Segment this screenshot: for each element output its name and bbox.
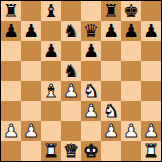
square-b5[interactable]	[21, 61, 41, 81]
square-h5[interactable]	[141, 61, 161, 81]
square-a5[interactable]	[1, 61, 21, 81]
square-d2[interactable]	[61, 121, 81, 141]
square-f8[interactable]: ♜	[101, 1, 121, 21]
square-h8[interactable]	[141, 1, 161, 21]
piece-white-pawn: ♟	[123, 121, 139, 141]
square-g6[interactable]	[121, 41, 141, 61]
square-h3[interactable]	[141, 101, 161, 121]
square-g5[interactable]	[121, 61, 141, 81]
piece-black-pawn: ♟	[43, 41, 59, 61]
piece-black-knight: ♞	[63, 21, 79, 41]
square-g4[interactable]	[121, 81, 141, 101]
piece-white-pawn: ♟	[83, 101, 99, 121]
square-f5[interactable]	[101, 61, 121, 81]
piece-white-knight: ♞	[83, 81, 99, 101]
square-e4[interactable]: ♞	[81, 81, 101, 101]
square-a3[interactable]	[1, 101, 21, 121]
piece-black-pawn: ♟	[3, 21, 19, 41]
piece-black-bishop: ♝	[43, 1, 59, 21]
piece-white-pawn: ♟	[3, 121, 19, 141]
piece-black-pawn: ♟	[83, 41, 99, 61]
piece-white-pawn: ♟	[103, 121, 119, 141]
square-e7[interactable]: ♛	[81, 21, 101, 41]
piece-black-rook: ♜	[103, 1, 119, 21]
square-f4[interactable]	[101, 81, 121, 101]
square-b6[interactable]	[21, 41, 41, 61]
piece-white-pawn: ♟	[63, 81, 79, 101]
square-d7[interactable]: ♞	[61, 21, 81, 41]
square-g1[interactable]	[121, 141, 141, 161]
square-e8[interactable]	[81, 1, 101, 21]
square-e6[interactable]: ♟	[81, 41, 101, 61]
square-b4[interactable]	[21, 81, 41, 101]
piece-white-rook: ♜	[43, 141, 59, 161]
piece-white-bishop: ♝	[43, 81, 59, 101]
square-c2[interactable]	[41, 121, 61, 141]
piece-black-pawn: ♟	[103, 21, 119, 41]
square-e3[interactable]: ♟	[81, 101, 101, 121]
piece-white-queen: ♛	[63, 141, 79, 161]
square-g2[interactable]: ♟	[121, 121, 141, 141]
square-b1[interactable]	[21, 141, 41, 161]
piece-white-knight: ♞	[103, 101, 119, 121]
piece-white-king: ♚	[83, 141, 99, 161]
square-d6[interactable]	[61, 41, 81, 61]
square-h4[interactable]	[141, 81, 161, 101]
square-g7[interactable]: ♟	[121, 21, 141, 41]
piece-black-pawn: ♟	[123, 21, 139, 41]
square-g8[interactable]: ♚	[121, 1, 141, 21]
square-d1[interactable]: ♛	[61, 141, 81, 161]
piece-black-pawn: ♟	[143, 21, 159, 41]
piece-black-king: ♚	[123, 1, 139, 21]
square-d3[interactable]	[61, 101, 81, 121]
square-f6[interactable]	[101, 41, 121, 61]
square-a4[interactable]	[1, 81, 21, 101]
square-e2[interactable]	[81, 121, 101, 141]
piece-black-rook: ♜	[3, 1, 19, 21]
piece-black-knight: ♞	[63, 61, 79, 81]
piece-white-pawn: ♟	[143, 121, 159, 141]
square-a8[interactable]: ♜	[1, 1, 21, 21]
square-a2[interactable]: ♟	[1, 121, 21, 141]
square-d8[interactable]	[61, 1, 81, 21]
piece-white-rook: ♜	[143, 141, 159, 161]
square-d4[interactable]: ♟	[61, 81, 81, 101]
square-a1[interactable]	[1, 141, 21, 161]
square-c3[interactable]	[41, 101, 61, 121]
square-f1[interactable]	[101, 141, 121, 161]
piece-black-pawn: ♟	[23, 21, 39, 41]
square-h6[interactable]	[141, 41, 161, 61]
square-h1[interactable]: ♜	[141, 141, 161, 161]
square-f3[interactable]: ♞	[101, 101, 121, 121]
square-a7[interactable]: ♟	[1, 21, 21, 41]
square-c7[interactable]	[41, 21, 61, 41]
square-h2[interactable]: ♟	[141, 121, 161, 141]
square-c8[interactable]: ♝	[41, 1, 61, 21]
square-c1[interactable]: ♜	[41, 141, 61, 161]
chess-board: ♜♝♜♚♟♟♞♛♟♟♟♟♟♞♝♟♞♟♞♟♟♟♟♟♜♛♚♜	[0, 0, 162, 162]
square-f2[interactable]: ♟	[101, 121, 121, 141]
square-a6[interactable]	[1, 41, 21, 61]
square-d5[interactable]: ♞	[61, 61, 81, 81]
square-b7[interactable]: ♟	[21, 21, 41, 41]
square-h7[interactable]: ♟	[141, 21, 161, 41]
square-c5[interactable]	[41, 61, 61, 81]
square-g3[interactable]	[121, 101, 141, 121]
piece-white-pawn: ♟	[23, 121, 39, 141]
square-b3[interactable]	[21, 101, 41, 121]
square-e5[interactable]	[81, 61, 101, 81]
square-b2[interactable]: ♟	[21, 121, 41, 141]
square-f7[interactable]: ♟	[101, 21, 121, 41]
piece-black-queen: ♛	[83, 21, 99, 41]
square-b8[interactable]	[21, 1, 41, 21]
square-c6[interactable]: ♟	[41, 41, 61, 61]
square-e1[interactable]: ♚	[81, 141, 101, 161]
square-c4[interactable]: ♝	[41, 81, 61, 101]
